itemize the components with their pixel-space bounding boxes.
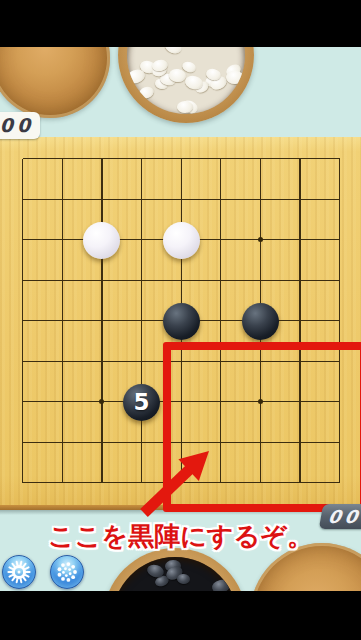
hint-button[interactable] — [50, 555, 84, 589]
black-bowl-stone — [176, 573, 190, 584]
white-capture-counter: 00 — [0, 112, 40, 139]
white-bowl-stone — [226, 71, 244, 84]
black-stone-E5 — [163, 303, 200, 340]
gear-icon — [6, 559, 32, 585]
white-stone-C7 — [83, 222, 120, 259]
highlight-rectangle — [163, 342, 361, 512]
black-capture-counter: 00 — [319, 504, 361, 529]
black-stone-D3: 5 — [123, 384, 160, 421]
scatter-dots-icon — [54, 559, 80, 585]
white-stone-E7 — [163, 222, 200, 259]
move-number-label: 5 — [133, 391, 149, 414]
app-screen: 5 ここを黒陣にするぞ。 00 00 — [0, 0, 361, 640]
star-point — [99, 399, 104, 404]
top-letterbox-bar — [0, 0, 361, 47]
black-stone-G5 — [242, 303, 279, 340]
settings-button[interactable] — [2, 555, 36, 589]
bottom-letterbox-bar — [0, 591, 361, 640]
white-bowl-stone — [138, 84, 156, 100]
coach-message: ここを黒陣にするぞ。 — [0, 519, 361, 554]
star-point — [258, 237, 263, 242]
